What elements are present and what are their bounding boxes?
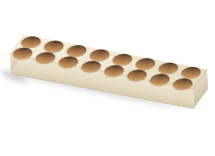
- photo-background: [0, 0, 215, 156]
